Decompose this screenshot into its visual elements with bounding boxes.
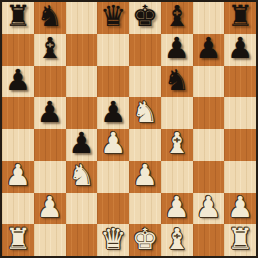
square-e4[interactable] [129,129,161,161]
square-h7[interactable]: ♟ [224,34,256,66]
piece-black-pawn[interactable]: ♟ [68,129,94,158]
square-e1[interactable]: ♚ [129,224,161,256]
square-d4[interactable]: ♟ [97,129,129,161]
square-b8[interactable]: ♞ [34,2,66,34]
piece-black-bishop[interactable]: ♝ [37,34,63,63]
piece-black-rook[interactable]: ♜ [5,2,31,31]
square-e5[interactable]: ♞ [129,97,161,129]
square-c5[interactable] [66,97,98,129]
square-h6[interactable] [224,66,256,98]
piece-white-knight[interactable]: ♞ [68,161,94,190]
square-c6[interactable] [66,66,98,98]
square-g5[interactable] [193,97,225,129]
square-g8[interactable] [193,2,225,34]
square-h2[interactable]: ♟ [224,193,256,225]
square-a4[interactable] [2,129,34,161]
square-e6[interactable] [129,66,161,98]
piece-black-pawn[interactable]: ♟ [227,34,253,63]
square-a6[interactable]: ♟ [2,66,34,98]
square-g1[interactable] [193,224,225,256]
square-f8[interactable]: ♝ [161,2,193,34]
square-c7[interactable] [66,34,98,66]
square-h1[interactable]: ♜ [224,224,256,256]
square-h3[interactable] [224,161,256,193]
piece-white-pawn[interactable]: ♟ [227,193,253,222]
square-f7[interactable]: ♟ [161,34,193,66]
square-b3[interactable] [34,161,66,193]
square-f6[interactable]: ♞ [161,66,193,98]
square-b6[interactable] [34,66,66,98]
square-d3[interactable] [97,161,129,193]
square-c1[interactable] [66,224,98,256]
square-c2[interactable] [66,193,98,225]
chess-board: ♜♞♛♚♝♜♝♟♟♟♟♞♟♟♞♟♟♝♟♞♟♟♟♟♟♜♛♚♝♜ [2,2,256,256]
square-a7[interactable] [2,34,34,66]
piece-black-king[interactable]: ♚ [132,2,158,31]
square-g3[interactable] [193,161,225,193]
piece-black-pawn[interactable]: ♟ [164,34,190,63]
piece-white-knight[interactable]: ♞ [132,98,158,127]
square-e3[interactable]: ♟ [129,161,161,193]
piece-white-pawn[interactable]: ♟ [100,129,126,158]
piece-white-pawn[interactable]: ♟ [37,193,63,222]
square-g7[interactable]: ♟ [193,34,225,66]
square-b1[interactable] [34,224,66,256]
square-g6[interactable] [193,66,225,98]
piece-black-pawn[interactable]: ♟ [5,66,31,95]
square-c3[interactable]: ♞ [66,161,98,193]
square-d8[interactable]: ♛ [97,2,129,34]
piece-black-rook[interactable]: ♜ [227,2,253,31]
piece-white-pawn[interactable]: ♟ [5,161,31,190]
square-g2[interactable]: ♟ [193,193,225,225]
square-f1[interactable]: ♝ [161,224,193,256]
square-c8[interactable] [66,2,98,34]
piece-black-queen[interactable]: ♛ [100,2,126,31]
square-a8[interactable]: ♜ [2,2,34,34]
square-f2[interactable]: ♟ [161,193,193,225]
square-h5[interactable] [224,97,256,129]
square-d6[interactable] [97,66,129,98]
piece-white-king[interactable]: ♚ [132,225,158,254]
square-a2[interactable] [2,193,34,225]
square-g4[interactable] [193,129,225,161]
square-f4[interactable]: ♝ [161,129,193,161]
piece-black-knight[interactable]: ♞ [164,66,190,95]
square-h4[interactable] [224,129,256,161]
square-a3[interactable]: ♟ [2,161,34,193]
square-b7[interactable]: ♝ [34,34,66,66]
piece-black-knight[interactable]: ♞ [37,2,63,31]
piece-white-bishop[interactable]: ♝ [164,225,190,254]
piece-black-pawn[interactable]: ♟ [100,98,126,127]
square-f5[interactable] [161,97,193,129]
piece-white-rook[interactable]: ♜ [5,225,31,254]
piece-white-rook[interactable]: ♜ [227,225,253,254]
square-b4[interactable] [34,129,66,161]
square-d7[interactable] [97,34,129,66]
piece-white-pawn[interactable]: ♟ [132,161,158,190]
piece-white-bishop[interactable]: ♝ [164,129,190,158]
square-d2[interactable] [97,193,129,225]
square-d1[interactable]: ♛ [97,224,129,256]
square-b2[interactable]: ♟ [34,193,66,225]
piece-black-pawn[interactable]: ♟ [195,34,221,63]
square-d5[interactable]: ♟ [97,97,129,129]
square-e8[interactable]: ♚ [129,2,161,34]
square-b5[interactable]: ♟ [34,97,66,129]
square-h8[interactable]: ♜ [224,2,256,34]
square-a5[interactable] [2,97,34,129]
piece-black-pawn[interactable]: ♟ [37,98,63,127]
square-e7[interactable] [129,34,161,66]
square-c4[interactable]: ♟ [66,129,98,161]
piece-white-pawn[interactable]: ♟ [195,193,221,222]
piece-white-pawn[interactable]: ♟ [164,193,190,222]
square-f3[interactable] [161,161,193,193]
piece-white-queen[interactable]: ♛ [100,225,126,254]
piece-black-bishop[interactable]: ♝ [164,2,190,31]
square-a1[interactable]: ♜ [2,224,34,256]
square-e2[interactable] [129,193,161,225]
board-frame: ♜♞♛♚♝♜♝♟♟♟♟♞♟♟♞♟♟♝♟♞♟♟♟♟♟♜♛♚♝♜ [0,0,258,258]
